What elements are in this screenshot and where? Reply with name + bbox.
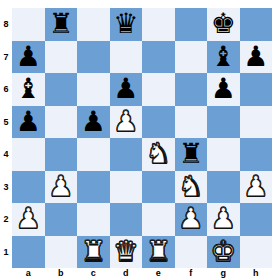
square-a3[interactable] [12,171,45,204]
square-g4[interactable] [207,138,240,171]
square-e4[interactable]: ♞ [142,138,175,171]
square-c2[interactable] [77,203,110,236]
square-c8[interactable] [77,8,110,41]
square-h6[interactable] [240,73,273,106]
square-b5[interactable] [45,106,78,139]
rank-label-3: 3 [0,171,12,204]
square-f4[interactable]: ♜ [175,138,208,171]
piece-black-bishop-a6[interactable]: ♝ [12,73,45,106]
piece-black-pawn-a5[interactable]: ♟ [12,106,45,139]
piece-black-pawn-h7[interactable]: ♟ [240,41,273,74]
square-f3[interactable]: ♞ [175,171,208,204]
square-h7[interactable]: ♟ [240,41,273,74]
piece-black-bishop-g7[interactable]: ♝ [207,41,240,74]
file-label-c: c [77,266,110,280]
rank-label-4: 4 [0,138,12,171]
square-c4[interactable] [77,138,110,171]
piece-white-knight-e4[interactable]: ♞ [142,138,175,171]
square-e5[interactable] [142,106,175,139]
square-d1[interactable]: ♛ [110,236,143,269]
piece-black-rook-f4[interactable]: ♜ [175,138,208,171]
square-a7[interactable]: ♟ [12,41,45,74]
square-g1[interactable]: ♚ [207,236,240,269]
piece-black-pawn-a7[interactable]: ♟ [12,41,45,74]
rank-label-6: 6 [0,73,12,106]
square-d2[interactable] [110,203,143,236]
square-f8[interactable] [175,8,208,41]
square-c1[interactable]: ♜ [77,236,110,269]
square-h3[interactable]: ♟ [240,171,273,204]
file-labels: abcdefgh [12,266,272,280]
square-h5[interactable] [240,106,273,139]
rank-label-1: 1 [0,236,12,269]
square-b6[interactable] [45,73,78,106]
square-d6[interactable]: ♟ [110,73,143,106]
piece-white-king-g1[interactable]: ♚ [207,236,240,269]
square-e7[interactable] [142,41,175,74]
square-c7[interactable] [77,41,110,74]
square-a6[interactable]: ♝ [12,73,45,106]
square-b1[interactable] [45,236,78,269]
piece-white-queen-d1[interactable]: ♛ [110,236,143,269]
square-e2[interactable] [142,203,175,236]
file-label-e: e [142,266,175,280]
square-b4[interactable] [45,138,78,171]
square-f6[interactable] [175,73,208,106]
square-g7[interactable]: ♝ [207,41,240,74]
chessboard-panel: 87654321 ♜♛♚♟♝♟♝♟♟♟♟♟♞♜♟♞♟♟♟♟♜♛♜♚ abcdef… [0,0,280,280]
square-d8[interactable]: ♛ [110,8,143,41]
file-label-a: a [12,266,45,280]
piece-white-rook-c1[interactable]: ♜ [77,236,110,269]
piece-black-king-g8[interactable]: ♚ [207,8,240,41]
piece-black-pawn-d6[interactable]: ♟ [110,73,143,106]
square-h1[interactable] [240,236,273,269]
piece-black-queen-d8[interactable]: ♛ [110,8,143,41]
square-a2[interactable]: ♟ [12,203,45,236]
square-a8[interactable] [12,8,45,41]
file-label-h: h [240,266,273,280]
square-g6[interactable]: ♟ [207,73,240,106]
square-g3[interactable] [207,171,240,204]
rank-labels: 87654321 [0,8,12,268]
piece-black-rook-b8[interactable]: ♜ [45,8,78,41]
square-g8[interactable]: ♚ [207,8,240,41]
piece-white-pawn-h3[interactable]: ♟ [240,171,273,204]
square-a5[interactable]: ♟ [12,106,45,139]
rank-label-2: 2 [0,203,12,236]
square-e8[interactable] [142,8,175,41]
piece-white-rook-e1[interactable]: ♜ [142,236,175,269]
square-b7[interactable] [45,41,78,74]
rank-label-8: 8 [0,8,12,41]
rank-label-5: 5 [0,106,12,139]
piece-white-pawn-d5[interactable]: ♟ [110,106,143,139]
square-c6[interactable] [77,73,110,106]
square-h2[interactable] [240,203,273,236]
square-e1[interactable]: ♜ [142,236,175,269]
piece-white-knight-f3[interactable]: ♞ [175,171,208,204]
file-label-d: d [110,266,143,280]
file-label-f: f [175,266,208,280]
piece-white-pawn-b3[interactable]: ♟ [45,171,78,204]
square-h4[interactable] [240,138,273,171]
square-g2[interactable]: ♟ [207,203,240,236]
file-label-b: b [45,266,78,280]
square-e3[interactable] [142,171,175,204]
chessboard: ♜♛♚♟♝♟♝♟♟♟♟♟♞♜♟♞♟♟♟♟♜♛♜♚ [12,8,272,268]
square-f7[interactable] [175,41,208,74]
piece-black-pawn-c5[interactable]: ♟ [77,106,110,139]
square-c3[interactable] [77,171,110,204]
square-d3[interactable] [110,171,143,204]
square-a4[interactable] [12,138,45,171]
square-a1[interactable] [12,236,45,269]
square-c5[interactable]: ♟ [77,106,110,139]
square-b2[interactable] [45,203,78,236]
square-g5[interactable] [207,106,240,139]
square-d7[interactable] [110,41,143,74]
square-f2[interactable]: ♟ [175,203,208,236]
square-d5[interactable]: ♟ [110,106,143,139]
square-f1[interactable] [175,236,208,269]
piece-white-pawn-g2[interactable]: ♟ [207,203,240,236]
square-f5[interactable] [175,106,208,139]
square-b8[interactable]: ♜ [45,8,78,41]
piece-black-pawn-g6[interactable]: ♟ [207,73,240,106]
file-label-g: g [207,266,240,280]
rank-label-7: 7 [0,41,12,74]
square-e6[interactable] [142,73,175,106]
square-d4[interactable] [110,138,143,171]
piece-white-pawn-a2[interactable]: ♟ [12,203,45,236]
square-b3[interactable]: ♟ [45,171,78,204]
piece-white-pawn-f2[interactable]: ♟ [175,203,208,236]
square-h8[interactable] [240,8,273,41]
